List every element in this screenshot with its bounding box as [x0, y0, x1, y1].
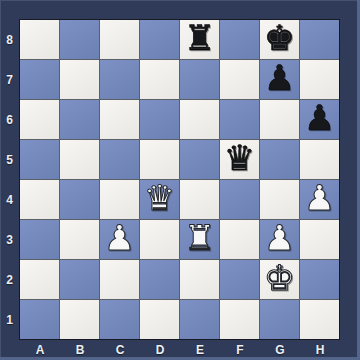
piece-black-queen[interactable]: ♛ — [224, 139, 255, 178]
square-h4[interactable]: ♟ — [300, 180, 339, 219]
square-a5[interactable] — [20, 140, 59, 179]
chess-board-app: 87654321 ♜♚♟♟♛♛♟♟♜♟♚ ABCDEFGH — [0, 0, 360, 360]
file-labels: ABCDEFGH — [20, 341, 340, 359]
rank-label-3: 3 — [0, 220, 19, 260]
square-d2[interactable] — [140, 260, 179, 299]
rank-label-7: 7 — [0, 60, 19, 100]
rank-label-6: 6 — [0, 100, 19, 140]
square-f5[interactable]: ♛ — [220, 140, 259, 179]
square-b7[interactable] — [60, 60, 99, 99]
square-e1[interactable] — [180, 300, 219, 339]
square-g3[interactable]: ♟ — [260, 220, 299, 259]
piece-white-pawn[interactable]: ♟ — [104, 219, 135, 258]
square-b8[interactable] — [60, 20, 99, 59]
piece-black-pawn[interactable]: ♟ — [304, 99, 335, 138]
rank-label-5: 5 — [0, 140, 19, 180]
rank-label-8: 8 — [0, 20, 19, 60]
square-e6[interactable] — [180, 100, 219, 139]
file-label-b: B — [60, 341, 100, 359]
square-g2[interactable]: ♚ — [260, 260, 299, 299]
square-b1[interactable] — [60, 300, 99, 339]
square-d3[interactable] — [140, 220, 179, 259]
square-e3[interactable]: ♜ — [180, 220, 219, 259]
file-label-e: E — [180, 341, 220, 359]
file-label-d: D — [140, 341, 180, 359]
square-g5[interactable] — [260, 140, 299, 179]
square-h1[interactable] — [300, 300, 339, 339]
square-g6[interactable] — [260, 100, 299, 139]
rank-label-1: 1 — [0, 300, 19, 340]
square-g1[interactable] — [260, 300, 299, 339]
piece-white-king[interactable]: ♚ — [264, 259, 295, 298]
piece-black-pawn[interactable]: ♟ — [264, 59, 295, 98]
piece-white-pawn[interactable]: ♟ — [264, 219, 295, 258]
square-c3[interactable]: ♟ — [100, 220, 139, 259]
square-a7[interactable] — [20, 60, 59, 99]
square-b2[interactable] — [60, 260, 99, 299]
square-d6[interactable] — [140, 100, 179, 139]
square-a8[interactable] — [20, 20, 59, 59]
square-c6[interactable] — [100, 100, 139, 139]
square-f6[interactable] — [220, 100, 259, 139]
piece-black-king[interactable]: ♚ — [264, 19, 295, 58]
piece-white-pawn[interactable]: ♟ — [304, 179, 335, 218]
square-a2[interactable] — [20, 260, 59, 299]
square-d7[interactable] — [140, 60, 179, 99]
square-b6[interactable] — [60, 100, 99, 139]
square-h5[interactable] — [300, 140, 339, 179]
square-a1[interactable] — [20, 300, 59, 339]
file-label-g: G — [260, 341, 300, 359]
file-label-c: C — [100, 341, 140, 359]
square-h7[interactable] — [300, 60, 339, 99]
square-f4[interactable] — [220, 180, 259, 219]
square-g8[interactable]: ♚ — [260, 20, 299, 59]
square-f7[interactable] — [220, 60, 259, 99]
square-c8[interactable] — [100, 20, 139, 59]
square-a4[interactable] — [20, 180, 59, 219]
square-d4[interactable]: ♛ — [140, 180, 179, 219]
square-f1[interactable] — [220, 300, 259, 339]
square-e2[interactable] — [180, 260, 219, 299]
square-e5[interactable] — [180, 140, 219, 179]
square-h2[interactable] — [300, 260, 339, 299]
square-a6[interactable] — [20, 100, 59, 139]
square-h6[interactable]: ♟ — [300, 100, 339, 139]
square-c4[interactable] — [100, 180, 139, 219]
square-c1[interactable] — [100, 300, 139, 339]
square-h3[interactable] — [300, 220, 339, 259]
square-f3[interactable] — [220, 220, 259, 259]
square-e4[interactable] — [180, 180, 219, 219]
square-g7[interactable]: ♟ — [260, 60, 299, 99]
square-f8[interactable] — [220, 20, 259, 59]
file-label-a: A — [20, 341, 60, 359]
square-f2[interactable] — [220, 260, 259, 299]
board: ♜♚♟♟♛♛♟♟♜♟♚ — [19, 19, 340, 340]
piece-black-rook[interactable]: ♜ — [184, 19, 215, 58]
rank-label-4: 4 — [0, 180, 19, 220]
square-b3[interactable] — [60, 220, 99, 259]
square-a3[interactable] — [20, 220, 59, 259]
rank-labels: 87654321 — [0, 20, 19, 340]
file-label-h: H — [300, 341, 340, 359]
piece-white-queen[interactable]: ♛ — [144, 179, 175, 218]
square-e8[interactable]: ♜ — [180, 20, 219, 59]
piece-white-rook[interactable]: ♜ — [184, 219, 215, 258]
square-c7[interactable] — [100, 60, 139, 99]
square-e7[interactable] — [180, 60, 219, 99]
rank-label-2: 2 — [0, 260, 19, 300]
square-d5[interactable] — [140, 140, 179, 179]
square-h8[interactable] — [300, 20, 339, 59]
square-g4[interactable] — [260, 180, 299, 219]
file-label-f: F — [220, 341, 260, 359]
square-c2[interactable] — [100, 260, 139, 299]
square-b5[interactable] — [60, 140, 99, 179]
square-d8[interactable] — [140, 20, 179, 59]
square-d1[interactable] — [140, 300, 179, 339]
square-b4[interactable] — [60, 180, 99, 219]
square-c5[interactable] — [100, 140, 139, 179]
